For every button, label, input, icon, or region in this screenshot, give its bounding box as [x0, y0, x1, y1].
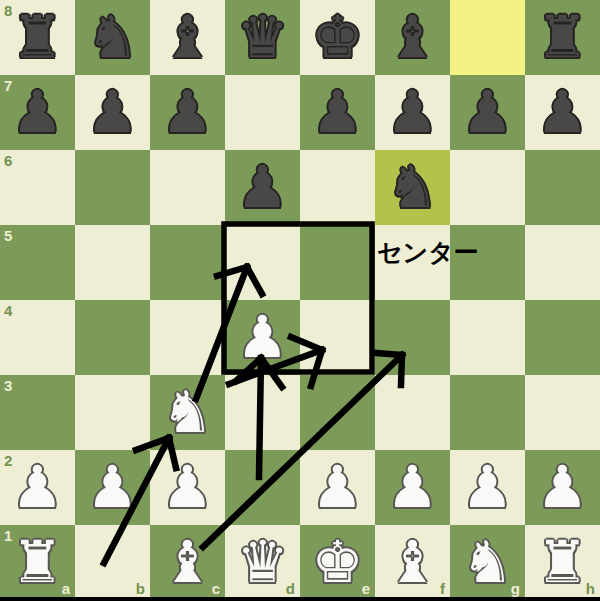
white-pawn-e2[interactable]: ♟ — [300, 450, 375, 525]
square-a1[interactable]: ♜1a — [0, 525, 75, 600]
black-pawn-g7[interactable]: ♟ — [450, 75, 525, 150]
square-e4[interactable] — [300, 300, 375, 375]
square-e3[interactable] — [300, 375, 375, 450]
square-c3[interactable]: ♞ — [150, 375, 225, 450]
square-e7[interactable]: ♟ — [300, 75, 375, 150]
white-pawn-h2[interactable]: ♟ — [525, 450, 600, 525]
black-pawn-h7[interactable]: ♟ — [525, 75, 600, 150]
square-a3[interactable]: 3 — [0, 375, 75, 450]
square-b7[interactable]: ♟ — [75, 75, 150, 150]
black-knight-f6[interactable]: ♞ — [375, 150, 450, 225]
file-label-e: e — [362, 581, 370, 596]
file-label-g: g — [511, 581, 520, 596]
square-d8[interactable]: ♛ — [225, 0, 300, 75]
square-a2[interactable]: ♟2 — [0, 450, 75, 525]
square-c2[interactable]: ♟ — [150, 450, 225, 525]
square-d3[interactable] — [225, 375, 300, 450]
white-pawn-d4[interactable]: ♟ — [225, 300, 300, 375]
square-g3[interactable] — [450, 375, 525, 450]
rank-label-3: 3 — [4, 378, 12, 393]
black-pawn-d6[interactable]: ♟ — [225, 150, 300, 225]
square-g2[interactable]: ♟ — [450, 450, 525, 525]
square-c7[interactable]: ♟ — [150, 75, 225, 150]
square-e2[interactable]: ♟ — [300, 450, 375, 525]
square-a7[interactable]: ♟7 — [0, 75, 75, 150]
file-label-c: c — [212, 581, 220, 596]
black-rook-h8[interactable]: ♜ — [525, 0, 600, 75]
square-b6[interactable] — [75, 150, 150, 225]
square-h5[interactable] — [525, 225, 600, 300]
square-a5[interactable]: 5 — [0, 225, 75, 300]
black-bishop-c8[interactable]: ♝ — [150, 0, 225, 75]
square-c6[interactable] — [150, 150, 225, 225]
square-f6[interactable]: ♞ — [375, 150, 450, 225]
rank-label-6: 6 — [4, 153, 12, 168]
square-a8[interactable]: ♜8 — [0, 0, 75, 75]
square-d7[interactable] — [225, 75, 300, 150]
square-g8[interactable] — [450, 0, 525, 75]
rank-label-1: 1 — [4, 528, 12, 543]
white-pawn-f2[interactable]: ♟ — [375, 450, 450, 525]
white-bishop-f1[interactable]: ♝ — [375, 525, 450, 600]
square-b1[interactable]: b — [75, 525, 150, 600]
square-f8[interactable]: ♝ — [375, 0, 450, 75]
white-pawn-b2[interactable]: ♟ — [75, 450, 150, 525]
rank-label-5: 5 — [4, 228, 12, 243]
square-f4[interactable] — [375, 300, 450, 375]
square-f3[interactable] — [375, 375, 450, 450]
rank-label-2: 2 — [4, 453, 12, 468]
square-h3[interactable] — [525, 375, 600, 450]
square-g4[interactable] — [450, 300, 525, 375]
square-h4[interactable] — [525, 300, 600, 375]
square-d2[interactable] — [225, 450, 300, 525]
square-h6[interactable] — [525, 150, 600, 225]
file-label-h: h — [586, 581, 595, 596]
square-d5[interactable] — [225, 225, 300, 300]
square-h8[interactable]: ♜ — [525, 0, 600, 75]
square-b4[interactable] — [75, 300, 150, 375]
file-label-d: d — [286, 581, 295, 596]
black-bishop-f8[interactable]: ♝ — [375, 0, 450, 75]
square-e1[interactable]: ♚e — [300, 525, 375, 600]
bottom-black-bar — [0, 597, 600, 601]
square-c8[interactable]: ♝ — [150, 0, 225, 75]
square-a6[interactable]: 6 — [0, 150, 75, 225]
black-king-e8[interactable]: ♚ — [300, 0, 375, 75]
square-c5[interactable] — [150, 225, 225, 300]
square-f2[interactable]: ♟ — [375, 450, 450, 525]
square-b3[interactable] — [75, 375, 150, 450]
square-g1[interactable]: ♞g — [450, 525, 525, 600]
file-label-b: b — [136, 581, 145, 596]
square-c1[interactable]: ♝c — [150, 525, 225, 600]
black-pawn-e7[interactable]: ♟ — [300, 75, 375, 150]
square-h7[interactable]: ♟ — [525, 75, 600, 150]
square-b2[interactable]: ♟ — [75, 450, 150, 525]
square-e6[interactable] — [300, 150, 375, 225]
file-label-f: f — [440, 581, 445, 596]
black-pawn-f7[interactable]: ♟ — [375, 75, 450, 150]
square-c4[interactable] — [150, 300, 225, 375]
rank-label-8: 8 — [4, 3, 12, 18]
square-g6[interactable] — [450, 150, 525, 225]
square-e8[interactable]: ♚ — [300, 0, 375, 75]
white-knight-c3[interactable]: ♞ — [150, 375, 225, 450]
square-g7[interactable]: ♟ — [450, 75, 525, 150]
rank-label-7: 7 — [4, 78, 12, 93]
square-e5[interactable] — [300, 225, 375, 300]
square-h2[interactable]: ♟ — [525, 450, 600, 525]
square-d4[interactable]: ♟ — [225, 300, 300, 375]
square-b8[interactable]: ♞ — [75, 0, 150, 75]
square-d1[interactable]: ♛d — [225, 525, 300, 600]
center-annotation-label: センター — [377, 236, 479, 269]
black-queen-d8[interactable]: ♛ — [225, 0, 300, 75]
square-b5[interactable] — [75, 225, 150, 300]
square-a4[interactable]: 4 — [0, 300, 75, 375]
black-knight-b8[interactable]: ♞ — [75, 0, 150, 75]
black-pawn-b7[interactable]: ♟ — [75, 75, 150, 150]
file-label-a: a — [62, 581, 70, 596]
white-pawn-c2[interactable]: ♟ — [150, 450, 225, 525]
black-pawn-c7[interactable]: ♟ — [150, 75, 225, 150]
square-d6[interactable]: ♟ — [225, 150, 300, 225]
chess-board: ♜8♞♝♛♚♝♜♟7♟♟♟♟♟♟6♟♞54♟3♞♟2♟♟♟♟♟♟♜1ab♝c♛d… — [0, 0, 600, 600]
square-h1[interactable]: ♜h — [525, 525, 600, 600]
square-f1[interactable]: ♝f — [375, 525, 450, 600]
white-pawn-g2[interactable]: ♟ — [450, 450, 525, 525]
rank-label-4: 4 — [4, 303, 12, 318]
square-f7[interactable]: ♟ — [375, 75, 450, 150]
